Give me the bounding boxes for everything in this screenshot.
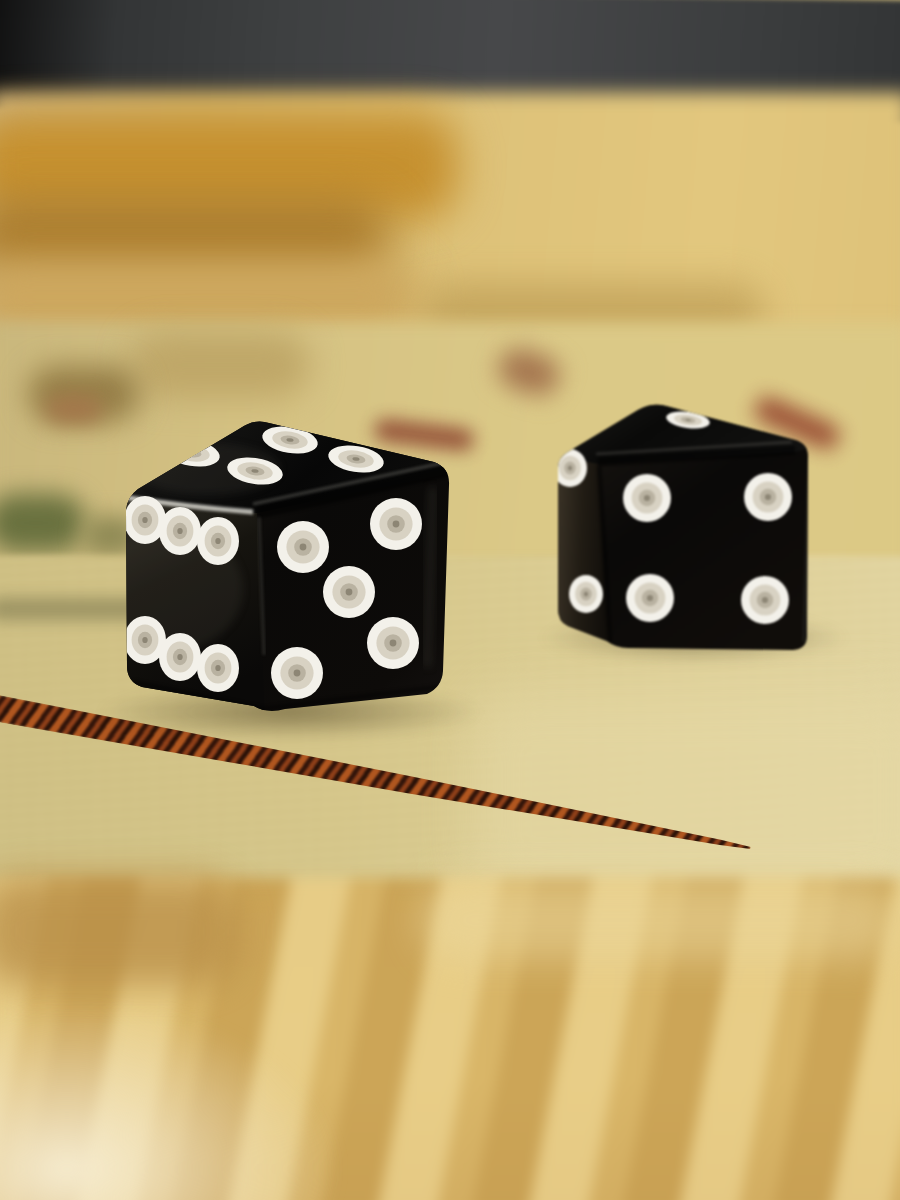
photo-scene [0,0,900,1200]
wood-bright-band [420,880,900,960]
blurred-smudge [130,332,310,398]
wood-cream-corner [0,1000,340,1200]
right-die[interactable] [552,400,820,658]
left-die[interactable] [113,417,453,740]
blurred-smudge [46,396,102,422]
blurred-green-smudge [0,494,86,552]
wood-highlight-haze [470,690,900,900]
right-edge-sheen [427,487,433,667]
wood-dark-smudge [0,876,240,986]
